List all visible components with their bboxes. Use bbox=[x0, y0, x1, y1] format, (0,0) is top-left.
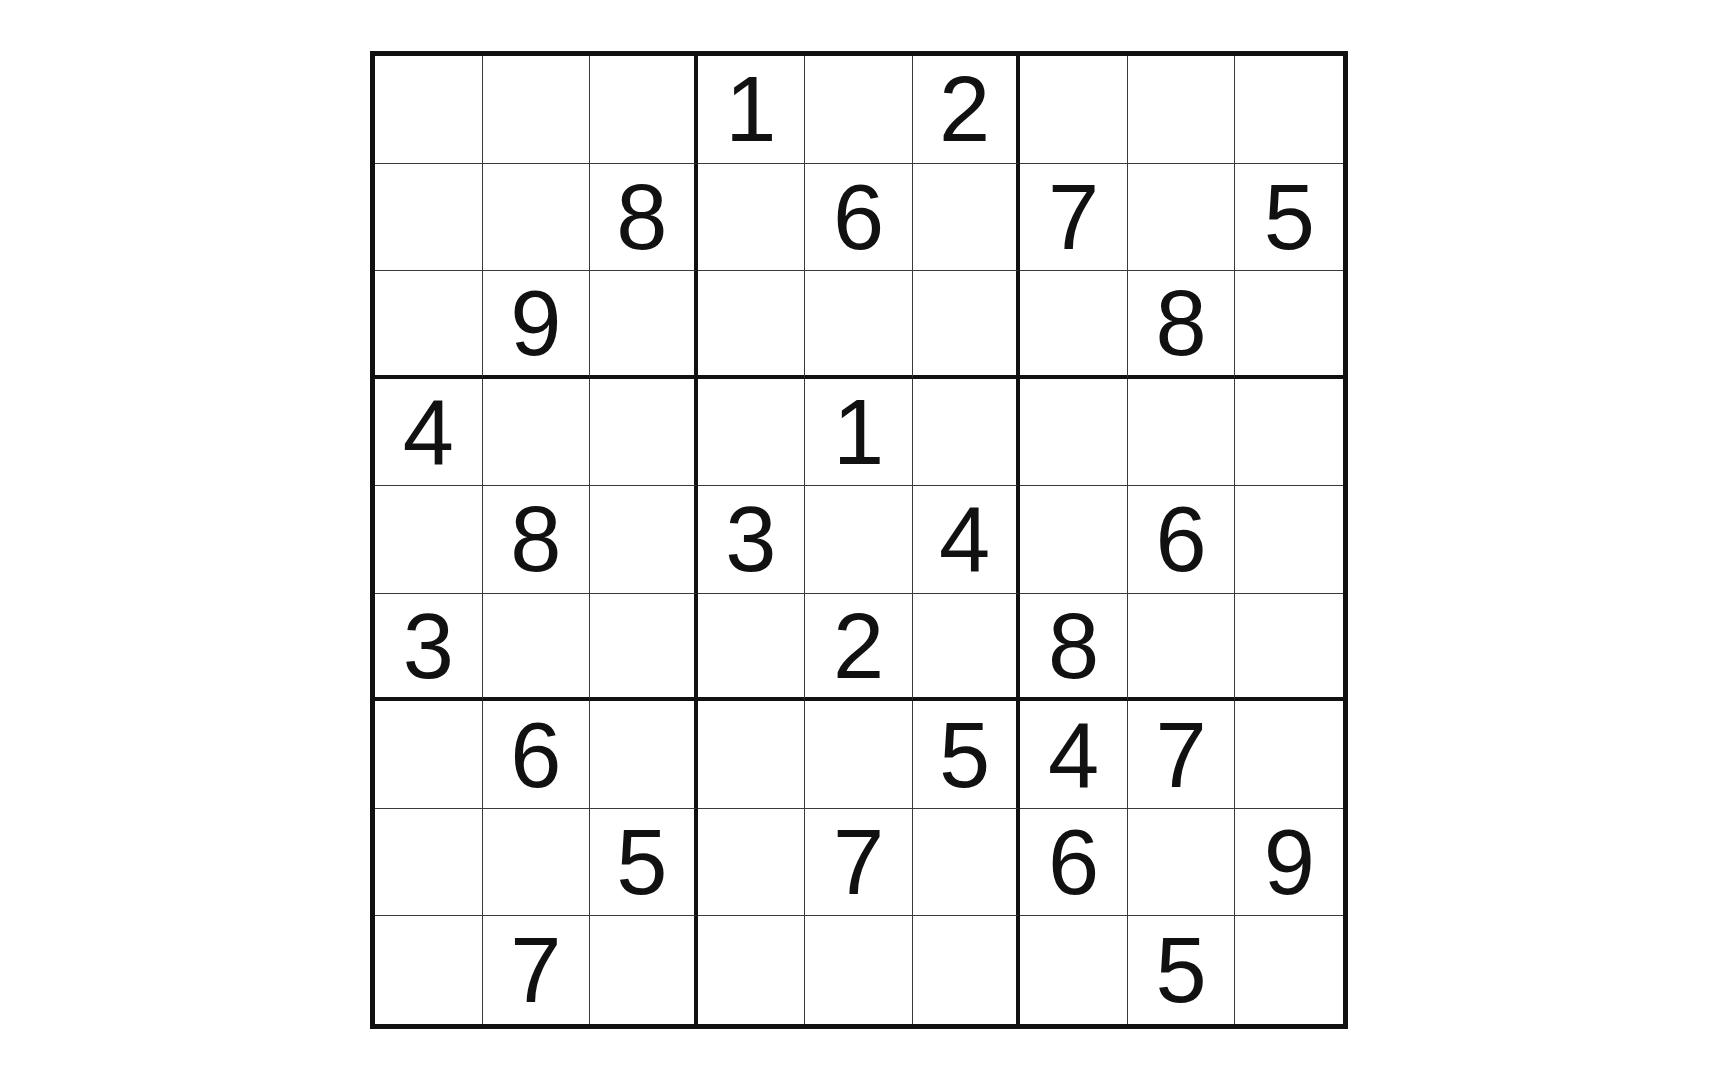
cell-r5c4: 3 bbox=[698, 486, 806, 594]
cell-r2c4[interactable] bbox=[698, 164, 806, 272]
cell-r1c6: 2 bbox=[913, 56, 1021, 164]
cell-r9c7[interactable] bbox=[1020, 916, 1128, 1024]
given-digit: 9 bbox=[1264, 816, 1315, 908]
given-digit: 8 bbox=[1156, 277, 1207, 369]
given-digit: 6 bbox=[510, 709, 561, 801]
cell-r6c7: 8 bbox=[1020, 594, 1128, 702]
given-digit: 6 bbox=[1048, 816, 1099, 908]
cell-r3c8: 8 bbox=[1128, 271, 1236, 379]
cell-r4c9[interactable] bbox=[1235, 379, 1343, 487]
given-digit: 2 bbox=[939, 63, 990, 155]
given-digit: 7 bbox=[510, 924, 561, 1016]
cell-r2c1[interactable] bbox=[375, 164, 483, 272]
cell-r5c2: 8 bbox=[483, 486, 591, 594]
cell-r5c6: 4 bbox=[913, 486, 1021, 594]
sudoku-board: 128675984183463286547576975 bbox=[370, 51, 1348, 1029]
cell-r4c4[interactable] bbox=[698, 379, 806, 487]
cell-r3c2: 9 bbox=[483, 271, 591, 379]
cell-r8c1[interactable] bbox=[375, 809, 483, 917]
given-digit: 1 bbox=[833, 386, 884, 478]
given-digit: 1 bbox=[725, 63, 776, 155]
cell-r8c9: 9 bbox=[1235, 809, 1343, 917]
cell-r9c5[interactable] bbox=[805, 916, 913, 1024]
cell-r9c6[interactable] bbox=[913, 916, 1021, 1024]
cell-r2c8[interactable] bbox=[1128, 164, 1236, 272]
cell-r1c2[interactable] bbox=[483, 56, 591, 164]
cell-r7c1[interactable] bbox=[375, 701, 483, 809]
cell-r3c1[interactable] bbox=[375, 271, 483, 379]
given-digit: 3 bbox=[725, 493, 776, 585]
cell-r5c1[interactable] bbox=[375, 486, 483, 594]
cell-r4c7[interactable] bbox=[1020, 379, 1128, 487]
cell-r5c9[interactable] bbox=[1235, 486, 1343, 594]
given-digit: 4 bbox=[939, 493, 990, 585]
cell-r7c2: 6 bbox=[483, 701, 591, 809]
page-background: 128675984183463286547576975 bbox=[0, 0, 1728, 1080]
cell-r5c8: 6 bbox=[1128, 486, 1236, 594]
cell-r9c9[interactable] bbox=[1235, 916, 1343, 1024]
given-digit: 6 bbox=[833, 171, 884, 263]
cell-r4c2[interactable] bbox=[483, 379, 591, 487]
cell-r7c7: 4 bbox=[1020, 701, 1128, 809]
cell-r3c9[interactable] bbox=[1235, 271, 1343, 379]
cell-r2c9: 5 bbox=[1235, 164, 1343, 272]
given-digit: 2 bbox=[833, 600, 884, 692]
cell-r6c4[interactable] bbox=[698, 594, 806, 702]
given-digit: 5 bbox=[616, 816, 667, 908]
cell-r6c1: 3 bbox=[375, 594, 483, 702]
cell-r2c2[interactable] bbox=[483, 164, 591, 272]
given-digit: 7 bbox=[1156, 709, 1207, 801]
given-digit: 5 bbox=[939, 709, 990, 801]
cell-r9c8: 5 bbox=[1128, 916, 1236, 1024]
given-digit: 7 bbox=[833, 816, 884, 908]
cell-r9c4[interactable] bbox=[698, 916, 806, 1024]
cell-r7c9[interactable] bbox=[1235, 701, 1343, 809]
cell-r2c3: 8 bbox=[590, 164, 698, 272]
given-digit: 4 bbox=[403, 386, 454, 478]
cell-r8c4[interactable] bbox=[698, 809, 806, 917]
given-digit: 7 bbox=[1048, 171, 1099, 263]
cell-r7c5[interactable] bbox=[805, 701, 913, 809]
cell-r1c5[interactable] bbox=[805, 56, 913, 164]
cell-r3c4[interactable] bbox=[698, 271, 806, 379]
cell-r9c2: 7 bbox=[483, 916, 591, 1024]
cell-r1c9[interactable] bbox=[1235, 56, 1343, 164]
given-digit: 8 bbox=[1048, 600, 1099, 692]
given-digit: 3 bbox=[403, 600, 454, 692]
cell-r7c6: 5 bbox=[913, 701, 1021, 809]
cell-r3c6[interactable] bbox=[913, 271, 1021, 379]
cell-r5c5[interactable] bbox=[805, 486, 913, 594]
cell-r4c5: 1 bbox=[805, 379, 913, 487]
cell-r6c2[interactable] bbox=[483, 594, 591, 702]
cell-r5c3[interactable] bbox=[590, 486, 698, 594]
given-digit: 9 bbox=[510, 277, 561, 369]
cell-r6c9[interactable] bbox=[1235, 594, 1343, 702]
cell-r6c6[interactable] bbox=[913, 594, 1021, 702]
given-digit: 6 bbox=[1156, 493, 1207, 585]
given-digit: 5 bbox=[1264, 171, 1315, 263]
cell-r4c1: 4 bbox=[375, 379, 483, 487]
cell-r7c3[interactable] bbox=[590, 701, 698, 809]
cell-r6c8[interactable] bbox=[1128, 594, 1236, 702]
cell-r9c3[interactable] bbox=[590, 916, 698, 1024]
cell-r3c5[interactable] bbox=[805, 271, 913, 379]
cell-r5c7[interactable] bbox=[1020, 486, 1128, 594]
cell-r8c5: 7 bbox=[805, 809, 913, 917]
cell-r6c3[interactable] bbox=[590, 594, 698, 702]
cell-r1c7[interactable] bbox=[1020, 56, 1128, 164]
cell-r8c3: 5 bbox=[590, 809, 698, 917]
cell-r2c6[interactable] bbox=[913, 164, 1021, 272]
cell-r7c8: 7 bbox=[1128, 701, 1236, 809]
given-digit: 8 bbox=[510, 493, 561, 585]
cell-r8c2[interactable] bbox=[483, 809, 591, 917]
cell-r4c6[interactable] bbox=[913, 379, 1021, 487]
cell-r4c3[interactable] bbox=[590, 379, 698, 487]
cell-r8c6[interactable] bbox=[913, 809, 1021, 917]
given-digit: 5 bbox=[1156, 924, 1207, 1016]
cell-r6c5: 2 bbox=[805, 594, 913, 702]
cell-r8c7: 6 bbox=[1020, 809, 1128, 917]
given-digit: 4 bbox=[1048, 709, 1099, 801]
cell-r3c3[interactable] bbox=[590, 271, 698, 379]
cell-r3c7[interactable] bbox=[1020, 271, 1128, 379]
cell-r7c4[interactable] bbox=[698, 701, 806, 809]
cell-r1c3[interactable] bbox=[590, 56, 698, 164]
cell-r1c8[interactable] bbox=[1128, 56, 1236, 164]
cell-r1c4: 1 bbox=[698, 56, 806, 164]
cell-r1c1[interactable] bbox=[375, 56, 483, 164]
cell-r9c1[interactable] bbox=[375, 916, 483, 1024]
cell-r8c8[interactable] bbox=[1128, 809, 1236, 917]
cell-r2c5: 6 bbox=[805, 164, 913, 272]
given-digit: 8 bbox=[616, 171, 667, 263]
cell-r2c7: 7 bbox=[1020, 164, 1128, 272]
cell-r4c8[interactable] bbox=[1128, 379, 1236, 487]
